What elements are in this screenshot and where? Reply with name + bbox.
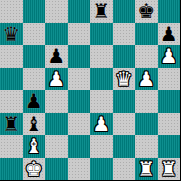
square-h6[interactable]: ♟: [158, 45, 181, 68]
square-a7[interactable]: ♛: [0, 23, 23, 46]
square-e4[interactable]: [90, 90, 113, 113]
square-d2[interactable]: [68, 135, 91, 158]
square-h5[interactable]: [158, 68, 181, 91]
square-a8[interactable]: [0, 0, 23, 23]
square-h1[interactable]: ♜: [158, 158, 181, 181]
square-d8[interactable]: [68, 0, 91, 23]
square-c8[interactable]: [45, 0, 68, 23]
square-e2[interactable]: [90, 135, 113, 158]
piece-black-rook[interactable]: ♜: [2, 113, 20, 135]
square-g2[interactable]: [135, 135, 158, 158]
piece-white-bishop[interactable]: ♝: [25, 135, 43, 157]
square-f3[interactable]: [113, 113, 136, 136]
square-e5[interactable]: [90, 68, 113, 91]
square-d4[interactable]: [68, 90, 91, 113]
square-f1[interactable]: [113, 158, 136, 181]
square-g1[interactable]: ♜: [135, 158, 158, 181]
square-b7[interactable]: [23, 23, 46, 46]
square-c6[interactable]: ♟: [45, 45, 68, 68]
square-c1[interactable]: [45, 158, 68, 181]
square-g7[interactable]: [135, 23, 158, 46]
square-b2[interactable]: ♝: [23, 135, 46, 158]
square-c5[interactable]: ♟: [45, 68, 68, 91]
square-b4[interactable]: ♟: [23, 90, 46, 113]
square-b8[interactable]: [23, 0, 46, 23]
square-f6[interactable]: [113, 45, 136, 68]
piece-black-pawn[interactable]: ♟: [25, 90, 43, 112]
square-c4[interactable]: [45, 90, 68, 113]
square-a2[interactable]: [0, 135, 23, 158]
square-g5[interactable]: ♟: [135, 68, 158, 91]
piece-white-rook[interactable]: ♜: [137, 158, 155, 180]
piece-white-pawn[interactable]: ♟: [92, 113, 110, 135]
square-e7[interactable]: [90, 23, 113, 46]
square-b6[interactable]: [23, 45, 46, 68]
piece-white-pawn[interactable]: ♟: [160, 45, 178, 67]
piece-white-king[interactable]: ♚: [25, 158, 43, 180]
piece-black-pawn[interactable]: ♟: [160, 23, 178, 45]
piece-white-rook[interactable]: ♜: [160, 158, 178, 180]
square-c3[interactable]: [45, 113, 68, 136]
square-d1[interactable]: [68, 158, 91, 181]
square-d3[interactable]: [68, 113, 91, 136]
square-f7[interactable]: [113, 23, 136, 46]
square-f8[interactable]: [113, 0, 136, 23]
piece-white-queen[interactable]: ♛: [115, 68, 133, 90]
chess-board: ♜♚♛♟♟♟♟♛♟♟♜♝♟♝♚♜♜: [0, 0, 180, 180]
square-c2[interactable]: [45, 135, 68, 158]
square-e6[interactable]: [90, 45, 113, 68]
square-a4[interactable]: [0, 90, 23, 113]
piece-white-pawn[interactable]: ♟: [47, 68, 65, 90]
square-b1[interactable]: ♚: [23, 158, 46, 181]
square-d7[interactable]: [68, 23, 91, 46]
square-a5[interactable]: [0, 68, 23, 91]
square-a6[interactable]: [0, 45, 23, 68]
square-f5[interactable]: ♛: [113, 68, 136, 91]
piece-black-pawn[interactable]: ♟: [47, 45, 65, 67]
square-h4[interactable]: [158, 90, 181, 113]
square-h8[interactable]: [158, 0, 181, 23]
piece-black-rook[interactable]: ♜: [92, 0, 110, 22]
square-d5[interactable]: [68, 68, 91, 91]
square-h3[interactable]: [158, 113, 181, 136]
piece-black-bishop[interactable]: ♝: [25, 113, 43, 135]
square-e1[interactable]: [90, 158, 113, 181]
square-h2[interactable]: [158, 135, 181, 158]
square-e3[interactable]: ♟: [90, 113, 113, 136]
piece-black-queen[interactable]: ♛: [2, 23, 20, 45]
square-f2[interactable]: [113, 135, 136, 158]
square-c7[interactable]: [45, 23, 68, 46]
square-g4[interactable]: [135, 90, 158, 113]
square-b3[interactable]: ♝: [23, 113, 46, 136]
square-f4[interactable]: [113, 90, 136, 113]
square-e8[interactable]: ♜: [90, 0, 113, 23]
square-d6[interactable]: [68, 45, 91, 68]
square-g3[interactable]: [135, 113, 158, 136]
chess-app-window: ♜♚♛♟♟♟♟♛♟♟♜♝♟♝♚♜♜: [0, 0, 180, 180]
square-a3[interactable]: ♜: [0, 113, 23, 136]
square-b5[interactable]: [23, 68, 46, 91]
piece-black-king[interactable]: ♚: [137, 0, 155, 22]
piece-white-pawn[interactable]: ♟: [137, 68, 155, 90]
square-g6[interactable]: [135, 45, 158, 68]
square-h7[interactable]: ♟: [158, 23, 181, 46]
square-g8[interactable]: ♚: [135, 0, 158, 23]
square-a1[interactable]: [0, 158, 23, 181]
